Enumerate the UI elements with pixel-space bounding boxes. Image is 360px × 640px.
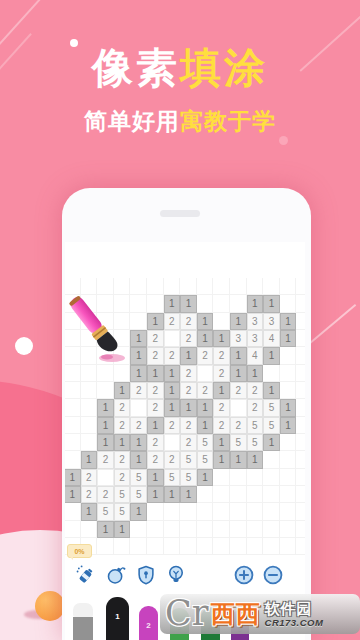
grid-cell xyxy=(296,365,305,382)
grid-cell[interactable]: 1 xyxy=(114,521,131,538)
grid-cell xyxy=(65,365,81,382)
grid-cell[interactable]: 2 xyxy=(147,451,164,468)
grid-cell xyxy=(230,295,247,312)
grid-cell xyxy=(97,382,114,399)
grid-cell[interactable]: 5 xyxy=(197,434,214,451)
grid-cell[interactable]: 1 xyxy=(164,486,181,503)
grid-cell[interactable]: 2 xyxy=(247,399,264,416)
progress-badge: 0% xyxy=(67,544,92,558)
grid-cell[interactable]: 1 xyxy=(263,295,280,312)
grid-cell xyxy=(97,330,114,347)
grid-cell xyxy=(114,295,131,312)
grid-cell xyxy=(114,278,131,295)
grid-cell[interactable]: 1 xyxy=(81,451,98,468)
watermark-brand: 西西 xyxy=(211,598,261,630)
grid-cell[interactable]: 5 xyxy=(180,469,197,486)
grid-cell xyxy=(230,486,247,503)
grid-cell[interactable]: 2 xyxy=(147,330,164,347)
site-watermark: Cr 西西 软件园 CR173.COM xyxy=(160,594,360,634)
grid-cell[interactable] xyxy=(97,469,114,486)
grid-cell xyxy=(296,313,305,330)
grid-cell xyxy=(296,486,305,503)
grid-cell[interactable]: 1 xyxy=(197,330,214,347)
grid-cell[interactable]: 3 xyxy=(247,313,264,330)
grid-cell[interactable]: 1 xyxy=(180,295,197,312)
grid-cell[interactable]: 3 xyxy=(230,330,247,347)
eraser-cap xyxy=(73,603,93,617)
grid-cell[interactable]: 1 xyxy=(130,347,147,364)
grid-cell[interactable]: 1 xyxy=(213,434,230,451)
grid-cell[interactable]: 2 xyxy=(164,313,181,330)
grid-cell xyxy=(280,469,297,486)
app-screen: 1111122113311221133411221221411112211122… xyxy=(65,242,305,640)
grid-cell[interactable]: 2 xyxy=(164,347,181,364)
grid-cell xyxy=(81,347,98,364)
grid-cell xyxy=(130,538,147,555)
grid-cell[interactable]: 2 xyxy=(180,365,197,382)
grid-cell xyxy=(296,278,305,295)
grid-cell xyxy=(263,503,280,520)
grid-cell[interactable]: 2 xyxy=(197,382,214,399)
grid-cell[interactable]: 1 xyxy=(147,313,164,330)
spray-can-icon[interactable] xyxy=(75,564,97,586)
title-part-yellow: 填涂 xyxy=(180,45,268,91)
grid-cell[interactable]: 1 xyxy=(147,365,164,382)
grid-cell xyxy=(263,278,280,295)
grid-cell xyxy=(230,538,247,555)
grid-cell[interactable]: 2 xyxy=(230,417,247,434)
grid-cell xyxy=(213,486,230,503)
grid-cell[interactable]: 1 xyxy=(65,486,81,503)
grid-cell xyxy=(97,313,114,330)
grid-cell[interactable]: 1 xyxy=(230,313,247,330)
grid-cell xyxy=(230,278,247,295)
grid-cell xyxy=(197,503,214,520)
grid-cell xyxy=(230,521,247,538)
grid-cell[interactable]: 1 xyxy=(263,382,280,399)
grid-cell xyxy=(197,521,214,538)
grid-cell[interactable]: 1 xyxy=(147,417,164,434)
grid-cell[interactable] xyxy=(230,399,247,416)
grid-cell[interactable]: 5 xyxy=(197,451,214,468)
crayon-number: 1 xyxy=(115,612,119,621)
decor-orange-ball xyxy=(35,591,65,621)
grid-cell xyxy=(97,347,114,364)
grid-cell[interactable]: 5 xyxy=(130,469,147,486)
grid-cell xyxy=(247,521,264,538)
grid-cell[interactable]: 2 xyxy=(180,382,197,399)
grid-cell xyxy=(296,399,305,416)
grid-cell[interactable]: 4 xyxy=(247,347,264,364)
phone-mockup: 1111122113311221133411221221411112211122… xyxy=(62,188,311,640)
grid-cell xyxy=(296,503,305,520)
grid-cell xyxy=(247,503,264,520)
grid-cell xyxy=(97,278,114,295)
grid-cell xyxy=(280,278,297,295)
grid-cell xyxy=(263,365,280,382)
grid-cell[interactable]: 2 xyxy=(97,486,114,503)
grid-cell xyxy=(164,521,181,538)
grid-cell[interactable]: 5 xyxy=(247,417,264,434)
grid-cell[interactable]: 5 xyxy=(230,434,247,451)
grid-cell[interactable]: 1 xyxy=(130,434,147,451)
grid-cell[interactable]: 1 xyxy=(230,347,247,364)
grid-cell[interactable]: 1 xyxy=(230,451,247,468)
grid-cell xyxy=(114,347,131,364)
grid-cell xyxy=(280,486,297,503)
grid-cell xyxy=(296,417,305,434)
grid-cell xyxy=(65,278,81,295)
zoom-out-icon[interactable] xyxy=(262,564,284,586)
grid-cell[interactable]: 1 xyxy=(147,469,164,486)
grid-cell xyxy=(296,521,305,538)
grid-cell[interactable]: 2 xyxy=(147,382,164,399)
grid-cell xyxy=(147,538,164,555)
grid-cell xyxy=(81,399,98,416)
grid-cell xyxy=(230,503,247,520)
grid-cell[interactable]: 2 xyxy=(213,417,230,434)
grid-cell[interactable] xyxy=(130,399,147,416)
watermark-domain: CR173.COM xyxy=(265,618,324,628)
grid-cell xyxy=(65,434,81,451)
grid-cell xyxy=(164,538,181,555)
grid-cell[interactable]: 1 xyxy=(280,399,297,416)
grid-cell xyxy=(147,278,164,295)
grid-cell xyxy=(180,538,197,555)
grid-cell[interactable]: 1 xyxy=(114,382,131,399)
grid-cell[interactable]: 5 xyxy=(263,399,280,416)
phone-speaker xyxy=(160,210,200,217)
grid-cell[interactable]: 5 xyxy=(247,434,264,451)
grid-cell xyxy=(180,503,197,520)
grid-cell[interactable]: 2 xyxy=(147,347,164,364)
grid-cell xyxy=(130,278,147,295)
grid-cell xyxy=(65,347,81,364)
grid-cell xyxy=(65,313,81,330)
grid-cell[interactable]: 1 xyxy=(213,330,230,347)
grid-cell[interactable]: 1 xyxy=(164,295,181,312)
grid-cell xyxy=(263,451,280,468)
grid-cell xyxy=(65,451,81,468)
grid-cell xyxy=(65,417,81,434)
grid-cell xyxy=(213,503,230,520)
grid-cell[interactable]: 3 xyxy=(263,313,280,330)
grid-cell[interactable]: 1 xyxy=(197,313,214,330)
grid-cell xyxy=(180,521,197,538)
grid-cell[interactable]: 5 xyxy=(114,486,131,503)
grid-cell xyxy=(296,295,305,312)
grid-cell[interactable]: 5 xyxy=(114,503,131,520)
grid-cell[interactable]: 5 xyxy=(263,417,280,434)
grid-cell xyxy=(81,434,98,451)
grid-cell[interactable]: 2 xyxy=(130,417,147,434)
grid-cell xyxy=(280,538,297,555)
grid-cell xyxy=(213,538,230,555)
grid-cell[interactable]: 2 xyxy=(81,486,98,503)
grid-cell[interactable] xyxy=(164,434,181,451)
grid-cell xyxy=(280,365,297,382)
grid-cell[interactable]: 1 xyxy=(65,469,81,486)
grid-cell xyxy=(130,295,147,312)
grid-cell[interactable]: 5 xyxy=(164,469,181,486)
grid-cell[interactable]: 3 xyxy=(247,330,264,347)
grid-cell[interactable]: 1 xyxy=(97,417,114,434)
grid-cell xyxy=(114,330,131,347)
subtitle-part-yellow: 寓教于学 xyxy=(180,108,276,134)
grid-cell xyxy=(114,313,131,330)
grid-cell xyxy=(213,521,230,538)
grid-cell[interactable]: 1 xyxy=(114,434,131,451)
grid-cell xyxy=(81,278,98,295)
grid-cell[interactable]: 5 xyxy=(130,486,147,503)
subtitle-part-white: 简单好用 xyxy=(84,108,180,134)
grid-cell xyxy=(296,538,305,555)
grid-cell[interactable]: 1 xyxy=(180,347,197,364)
grid-cell xyxy=(65,382,81,399)
grid-cell[interactable]: 2 xyxy=(130,382,147,399)
grid-cell[interactable]: 1 xyxy=(263,434,280,451)
grid-cell[interactable]: 5 xyxy=(180,451,197,468)
grid-cell[interactable]: 1 xyxy=(97,521,114,538)
grid-cell xyxy=(97,365,114,382)
bomb-icon[interactable] xyxy=(105,564,127,586)
grid-cell[interactable]: 2 xyxy=(164,451,181,468)
title-part-white: 像素 xyxy=(92,45,180,91)
grid-cell xyxy=(81,365,98,382)
grid-cell[interactable]: 1 xyxy=(197,469,214,486)
grid-cell xyxy=(164,503,181,520)
grid-cell[interactable]: 2 xyxy=(114,399,131,416)
grid-cell xyxy=(213,278,230,295)
grid-cell[interactable]: 2 xyxy=(197,347,214,364)
grid-cell xyxy=(81,382,98,399)
grid-cell xyxy=(213,469,230,486)
grid-cell xyxy=(97,295,114,312)
grid-cell[interactable]: 1 xyxy=(164,382,181,399)
grid-cell[interactable]: 1 xyxy=(180,486,197,503)
crayon-1[interactable]: 1 xyxy=(106,597,129,640)
grid-cell[interactable]: 1 xyxy=(247,295,264,312)
grid-cell xyxy=(280,434,297,451)
grid-cell xyxy=(296,347,305,364)
grid-cell xyxy=(280,521,297,538)
grid-cell[interactable]: 4 xyxy=(263,330,280,347)
grid-cell xyxy=(65,399,81,416)
grid-cell xyxy=(263,521,280,538)
grid-cell xyxy=(197,538,214,555)
grid-cell[interactable]: 1 xyxy=(247,451,264,468)
grid-cell xyxy=(97,538,114,555)
decor-white-dot xyxy=(15,337,33,355)
grid-cell[interactable]: 2 xyxy=(147,434,164,451)
grid-cell xyxy=(81,313,98,330)
app-title: 像素填涂 xyxy=(0,46,360,91)
grid-cell[interactable]: 5 xyxy=(97,503,114,520)
crayon-number: 2 xyxy=(146,621,150,630)
grid-cell xyxy=(81,295,98,312)
grid-cell[interactable]: 1 xyxy=(180,399,197,416)
grid-cell xyxy=(280,382,297,399)
crayon-2[interactable]: 2 xyxy=(139,606,158,640)
grid-cell xyxy=(65,521,81,538)
grid-cell[interactable]: 1 xyxy=(164,365,181,382)
grid-cell[interactable]: 2 xyxy=(180,434,197,451)
grid-cell[interactable]: 2 xyxy=(81,469,98,486)
grid-cell xyxy=(164,278,181,295)
grid-cell xyxy=(247,486,264,503)
grid-cell[interactable]: 1 xyxy=(81,503,98,520)
grid-cell xyxy=(280,295,297,312)
grid-cell[interactable]: 2 xyxy=(213,399,230,416)
grid-cell xyxy=(213,295,230,312)
grid-cell[interactable]: 2 xyxy=(114,469,131,486)
grid-cell[interactable]: 2 xyxy=(180,330,197,347)
grid-cell[interactable] xyxy=(197,365,214,382)
grid-cell xyxy=(296,451,305,468)
grid-cell[interactable]: 1 xyxy=(130,451,147,468)
grid-cell xyxy=(147,521,164,538)
grid-cell[interactable]: 2 xyxy=(180,313,197,330)
grid-cell[interactable]: 2 xyxy=(164,417,181,434)
pixel-grid: 1111122113311221133411221221411112211122… xyxy=(65,278,305,555)
grid-cell[interactable]: 1 xyxy=(197,417,214,434)
watermark-brand-suffix: 软件园 xyxy=(265,601,324,616)
light-bulb-icon[interactable] xyxy=(165,564,187,586)
grid-cell[interactable]: 1 xyxy=(263,347,280,364)
grid-cell[interactable]: 1 xyxy=(147,486,164,503)
grid-cell[interactable]: 2 xyxy=(147,399,164,416)
grid-cell xyxy=(114,538,131,555)
grid-cell xyxy=(296,382,305,399)
grid-cell[interactable] xyxy=(164,330,181,347)
grid-cell xyxy=(213,313,230,330)
zoom-in-icon[interactable] xyxy=(233,564,255,586)
grid-cell xyxy=(65,295,81,312)
eraser-body xyxy=(73,617,93,640)
grid-cell[interactable]: 2 xyxy=(114,451,131,468)
grid-cell xyxy=(296,434,305,451)
grid-cell xyxy=(247,469,264,486)
grid-cell xyxy=(65,330,81,347)
grid-cell xyxy=(147,503,164,520)
grid-cell xyxy=(263,538,280,555)
grid-cell xyxy=(247,278,264,295)
grid-cell xyxy=(130,313,147,330)
grid-cell xyxy=(130,521,147,538)
grid-cell xyxy=(296,469,305,486)
grid-cell xyxy=(180,278,197,295)
grid-cell xyxy=(197,486,214,503)
grid-cell xyxy=(147,295,164,312)
app-subtitle: 简单好用寓教于学 xyxy=(0,106,360,137)
grid-cell[interactable]: 1 xyxy=(213,451,230,468)
grid-cell[interactable]: 1 xyxy=(280,330,297,347)
grid-cell xyxy=(81,330,98,347)
grid-cell[interactable]: 1 xyxy=(164,399,181,416)
grid-cell[interactable]: 2 xyxy=(97,451,114,468)
grid-cell[interactable]: 1 xyxy=(197,399,214,416)
grid-cell xyxy=(230,469,247,486)
grid-cell xyxy=(81,521,98,538)
grid-cell[interactable]: 1 xyxy=(97,399,114,416)
grid-cell xyxy=(65,503,81,520)
decor-pink-dot xyxy=(279,136,288,145)
grid-cell[interactable]: 1 xyxy=(247,365,264,382)
watermark-monogram: Cr xyxy=(165,599,209,629)
eraser-crayon[interactable] xyxy=(73,603,93,640)
grid-cell xyxy=(81,417,98,434)
grid-cell xyxy=(263,486,280,503)
grid-cell xyxy=(280,347,297,364)
grid-cell[interactable]: 2 xyxy=(180,417,197,434)
grid-cell xyxy=(296,330,305,347)
promo-screenshot: 像素填涂 简单好用寓教于学 11111221133112211334112212… xyxy=(0,0,360,640)
grid-cell[interactable]: 2 xyxy=(114,417,131,434)
grid-cell[interactable]: 1 xyxy=(130,365,147,382)
grid-cell xyxy=(280,451,297,468)
grid-cell[interactable]: 1 xyxy=(230,365,247,382)
grid-cell[interactable]: 2 xyxy=(213,365,230,382)
grid-cell xyxy=(280,503,297,520)
shield-icon[interactable] xyxy=(135,564,157,586)
grid-cell[interactable]: 1 xyxy=(213,382,230,399)
grid-cell[interactable]: 1 xyxy=(280,313,297,330)
grid-cell[interactable]: 2 xyxy=(247,382,264,399)
grid-cell[interactable]: 1 xyxy=(280,417,297,434)
grid-cell[interactable]: 1 xyxy=(97,434,114,451)
grid-cell xyxy=(197,295,214,312)
grid-cell[interactable]: 1 xyxy=(130,503,147,520)
grid-cell xyxy=(263,469,280,486)
grid-cell[interactable]: 2 xyxy=(213,347,230,364)
grid-cell xyxy=(197,278,214,295)
grid-cell[interactable]: 2 xyxy=(230,382,247,399)
grid-cell xyxy=(247,538,264,555)
grid-cell[interactable]: 1 xyxy=(130,330,147,347)
grid-cell xyxy=(114,365,131,382)
